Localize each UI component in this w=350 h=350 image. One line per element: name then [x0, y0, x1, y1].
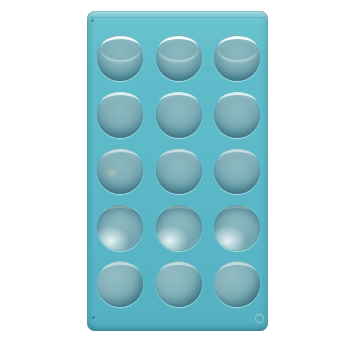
photo-canvas	[0, 0, 350, 350]
pinhole-bottom-left	[92, 316, 95, 319]
pinhole-top-left	[91, 19, 94, 22]
pit-r2c1	[97, 92, 143, 138]
pit-r1c2	[156, 35, 202, 81]
pit-r3c1	[97, 148, 143, 194]
pit-cell-r5c3	[208, 256, 267, 313]
pit-cell-r2c3	[208, 86, 267, 143]
pit-r2c3	[214, 92, 260, 138]
pit-cell-r2c1	[91, 86, 150, 143]
pinhole-bottom-right-ring	[255, 314, 264, 323]
pit-cell-r1c2	[150, 30, 209, 87]
pit-cell-r2c2	[150, 86, 209, 143]
pit-cell-r4c3	[208, 199, 267, 256]
pit-cell-r3c3	[208, 143, 267, 200]
pit-r3c3	[214, 148, 260, 194]
pit-cell-r5c2	[150, 256, 209, 313]
pit-r4c3	[214, 205, 260, 251]
pit-blemish	[106, 169, 118, 178]
pit-r4c1	[97, 205, 143, 251]
pit-cell-r1c1	[91, 30, 150, 87]
pit-r1c1	[97, 35, 143, 81]
mold-tray	[87, 11, 268, 331]
pit-r2c2	[156, 92, 202, 138]
pit-r3c2	[156, 148, 202, 194]
pit-r5c2	[156, 261, 202, 307]
pit-cell-r4c1	[91, 199, 150, 256]
pit-r5c1	[97, 261, 143, 307]
pit-r1c3	[214, 35, 260, 81]
pit-cell-r5c1	[91, 256, 150, 313]
pit-cell-r4c2	[150, 199, 209, 256]
pit-cell-r3c2	[150, 143, 209, 200]
pit-grid	[87, 11, 267, 312]
pit-r4c2	[156, 205, 202, 251]
pit-cell-r3c1	[91, 143, 150, 200]
pit-r5c3	[214, 261, 260, 307]
pit-cell-r1c3	[208, 30, 267, 87]
